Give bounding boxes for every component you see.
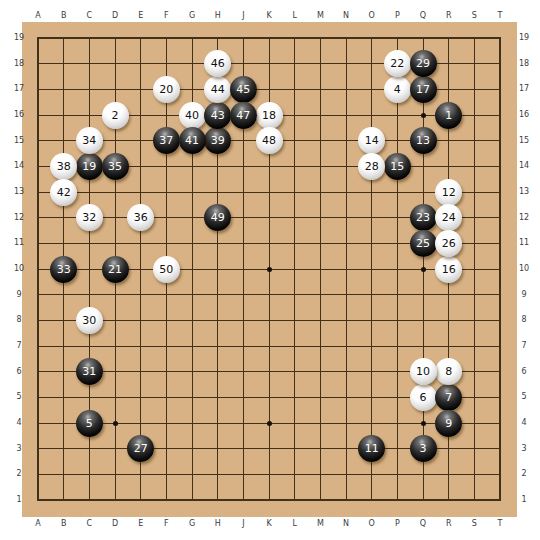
stone-black-C14[interactable]: 19 [76, 153, 103, 180]
coord-label-bottom-C: C [79, 519, 99, 529]
stone-white-R11[interactable]: 26 [435, 230, 462, 257]
stone-white-P18[interactable]: 22 [384, 50, 411, 77]
coord-label-left-2: 2 [7, 469, 31, 479]
stone-black-C4[interactable]: 5 [76, 410, 103, 437]
stone-move-number: 45 [236, 76, 250, 103]
stone-black-F15[interactable]: 37 [153, 127, 180, 154]
coord-label-left-12: 12 [7, 213, 31, 223]
stone-white-C15[interactable]: 34 [76, 127, 103, 154]
stone-black-P14[interactable]: 15 [384, 153, 411, 180]
coord-label-top-L: L [285, 11, 305, 21]
coord-label-top-J: J [233, 11, 253, 21]
coord-label-left-5: 5 [7, 392, 31, 402]
coord-label-top-F: F [156, 11, 176, 21]
star-point-D4 [113, 421, 118, 426]
coord-label-left-10: 10 [7, 264, 31, 274]
stone-move-number: 44 [211, 76, 225, 103]
coord-label-top-H: H [208, 11, 228, 21]
stone-move-number: 12 [442, 179, 456, 206]
coord-label-left-6: 6 [7, 367, 31, 377]
stone-black-E3[interactable]: 27 [127, 435, 154, 462]
stone-white-B14[interactable]: 38 [50, 153, 77, 180]
coord-label-right-7: 7 [512, 341, 536, 351]
coord-label-bottom-T: T [490, 519, 510, 529]
stone-black-Q12[interactable]: 23 [410, 204, 437, 231]
stone-move-number: 38 [57, 153, 71, 180]
coord-label-bottom-M: M [310, 519, 330, 529]
coord-label-bottom-P: P [387, 519, 407, 529]
grid-line-vertical [294, 38, 295, 500]
stone-white-F10[interactable]: 50 [153, 256, 180, 283]
stone-black-Q15[interactable]: 13 [410, 127, 437, 154]
stone-move-number: 17 [416, 76, 430, 103]
coord-label-right-6: 6 [512, 367, 536, 377]
coord-label-bottom-J: J [233, 519, 253, 529]
stone-black-C6[interactable]: 31 [76, 358, 103, 385]
coord-label-bottom-Q: Q [413, 519, 433, 529]
coord-label-right-1: 1 [512, 495, 536, 505]
stone-move-number: 16 [442, 256, 456, 283]
coord-label-left-13: 13 [7, 187, 31, 197]
stone-move-number: 26 [442, 230, 456, 257]
coord-label-right-14: 14 [512, 161, 536, 171]
coord-label-left-8: 8 [7, 315, 31, 325]
stone-black-R4[interactable]: 9 [435, 410, 462, 437]
stone-move-number: 18 [262, 102, 276, 129]
star-point-K4 [267, 421, 272, 426]
coord-label-right-13: 13 [512, 187, 536, 197]
stone-move-number: 2 [112, 102, 119, 129]
stone-move-number: 35 [108, 153, 122, 180]
stone-move-number: 7 [445, 384, 452, 411]
stone-white-F17[interactable]: 20 [153, 76, 180, 103]
stone-black-R16[interactable]: 1 [435, 102, 462, 129]
stone-move-number: 34 [82, 127, 96, 154]
stone-black-H16[interactable]: 43 [204, 102, 231, 129]
coord-label-bottom-O: O [362, 519, 382, 529]
stone-white-B13[interactable]: 42 [50, 179, 77, 206]
stone-move-number: 46 [211, 50, 225, 77]
coord-label-left-1: 1 [7, 495, 31, 505]
coord-label-top-Q: Q [413, 11, 433, 21]
go-board: 1234567891011121314151617181920212223242… [22, 22, 517, 517]
stone-move-number: 32 [82, 204, 96, 231]
grid-line-horizontal [38, 346, 500, 347]
grid-line-vertical [320, 38, 321, 500]
grid-line-horizontal [38, 294, 500, 295]
stone-move-number: 41 [185, 127, 199, 154]
stone-black-J17[interactable]: 45 [230, 76, 257, 103]
coord-label-left-7: 7 [7, 341, 31, 351]
stone-move-number: 36 [134, 204, 148, 231]
stone-white-H18[interactable]: 46 [204, 50, 231, 77]
coord-label-bottom-S: S [464, 519, 484, 529]
stone-white-K16[interactable]: 18 [256, 102, 283, 129]
coord-label-right-15: 15 [512, 136, 536, 146]
stone-move-number: 24 [442, 204, 456, 231]
coord-label-right-9: 9 [512, 290, 536, 300]
coord-label-right-5: 5 [512, 392, 536, 402]
stone-move-number: 48 [262, 127, 276, 154]
stone-black-O3[interactable]: 11 [358, 435, 385, 462]
coord-label-bottom-G: G [182, 519, 202, 529]
grid-line-horizontal [37, 499, 501, 501]
coord-label-right-8: 8 [512, 315, 536, 325]
coord-label-left-3: 3 [7, 444, 31, 454]
stone-white-D16[interactable]: 2 [102, 102, 129, 129]
coord-label-left-18: 18 [7, 59, 31, 69]
stone-move-number: 4 [394, 76, 401, 103]
stone-black-Q11[interactable]: 25 [410, 230, 437, 257]
stone-move-number: 3 [420, 435, 427, 462]
stone-move-number: 27 [134, 435, 148, 462]
coord-label-top-P: P [387, 11, 407, 21]
coord-label-right-17: 17 [512, 84, 536, 94]
stone-move-number: 11 [365, 435, 379, 462]
coord-label-top-T: T [490, 11, 510, 21]
stone-move-number: 50 [159, 256, 173, 283]
stone-white-P17[interactable]: 4 [384, 76, 411, 103]
stone-white-R10[interactable]: 16 [435, 256, 462, 283]
stone-move-number: 1 [445, 102, 452, 129]
coord-label-bottom-F: F [156, 519, 176, 529]
coord-label-top-K: K [259, 11, 279, 21]
stone-black-G15[interactable]: 41 [179, 127, 206, 154]
stone-white-H17[interactable]: 44 [204, 76, 231, 103]
stone-white-R12[interactable]: 24 [435, 204, 462, 231]
stone-white-G16[interactable]: 40 [179, 102, 206, 129]
stone-black-D14[interactable]: 35 [102, 153, 129, 180]
coord-label-top-G: G [182, 11, 202, 21]
grid-line-vertical [397, 38, 398, 500]
coord-label-bottom-D: D [105, 519, 125, 529]
coord-label-bottom-A: A [28, 519, 48, 529]
stone-move-number: 28 [365, 153, 379, 180]
grid-line-horizontal [38, 320, 500, 321]
stone-move-number: 49 [211, 204, 225, 231]
stone-move-number: 10 [416, 358, 430, 385]
star-point-Q10 [421, 267, 426, 272]
coord-label-top-B: B [54, 11, 74, 21]
stone-white-K15[interactable]: 48 [256, 127, 283, 154]
stone-move-number: 8 [445, 358, 452, 385]
stone-move-number: 33 [57, 256, 71, 283]
stone-move-number: 47 [236, 102, 250, 129]
stone-move-number: 31 [82, 358, 96, 385]
coord-label-right-2: 2 [512, 469, 536, 479]
grid-line-vertical [474, 38, 475, 500]
coord-label-top-C: C [79, 11, 99, 21]
stone-move-number: 43 [211, 102, 225, 129]
coord-label-top-D: D [105, 11, 125, 21]
stone-move-number: 37 [159, 127, 173, 154]
star-point-Q16 [421, 113, 426, 118]
stone-move-number: 6 [420, 384, 427, 411]
stone-black-J16[interactable]: 47 [230, 102, 257, 129]
star-point-Q4 [421, 421, 426, 426]
coord-label-bottom-R: R [439, 519, 459, 529]
coord-label-left-15: 15 [7, 136, 31, 146]
coord-label-top-A: A [28, 11, 48, 21]
coord-label-left-4: 4 [7, 418, 31, 428]
stone-move-number: 19 [82, 153, 96, 180]
coord-label-right-12: 12 [512, 213, 536, 223]
coord-label-left-16: 16 [7, 110, 31, 120]
stone-white-R13[interactable]: 12 [435, 179, 462, 206]
grid-line-vertical [346, 38, 347, 500]
stone-move-number: 40 [185, 102, 199, 129]
stone-move-number: 14 [365, 127, 379, 154]
coord-label-top-N: N [336, 11, 356, 21]
grid-line-vertical [499, 37, 501, 501]
stone-move-number: 25 [416, 230, 430, 257]
stone-white-O14[interactable]: 28 [358, 153, 385, 180]
stone-black-Q3[interactable]: 3 [410, 435, 437, 462]
coord-label-left-19: 19 [7, 33, 31, 43]
star-point-K10 [267, 267, 272, 272]
coord-label-bottom-K: K [259, 519, 279, 529]
coord-label-top-R: R [439, 11, 459, 21]
coord-label-top-O: O [362, 11, 382, 21]
coord-label-left-9: 9 [7, 290, 31, 300]
stone-move-number: 15 [390, 153, 404, 180]
stone-black-H12[interactable]: 49 [204, 204, 231, 231]
stone-black-Q17[interactable]: 17 [410, 76, 437, 103]
stone-move-number: 30 [82, 307, 96, 334]
coord-label-bottom-B: B [54, 519, 74, 529]
stone-white-E12[interactable]: 36 [127, 204, 154, 231]
coord-label-right-11: 11 [512, 238, 536, 248]
coord-label-left-11: 11 [7, 238, 31, 248]
coord-label-top-M: M [310, 11, 330, 21]
coord-label-bottom-N: N [336, 519, 356, 529]
stone-move-number: 23 [416, 204, 430, 231]
stone-white-Q5[interactable]: 6 [410, 384, 437, 411]
stone-move-number: 39 [211, 127, 225, 154]
stone-move-number: 9 [445, 410, 452, 437]
stone-white-C8[interactable]: 30 [76, 307, 103, 334]
coord-label-right-18: 18 [512, 59, 536, 69]
coord-label-left-14: 14 [7, 161, 31, 171]
stone-white-Q6[interactable]: 10 [410, 358, 437, 385]
board-grid[interactable]: 1234567891011121314151617181920212223242… [38, 38, 500, 500]
stone-move-number: 21 [108, 256, 122, 283]
stone-move-number: 29 [416, 50, 430, 77]
stone-black-R5[interactable]: 7 [435, 384, 462, 411]
coord-label-right-3: 3 [512, 444, 536, 454]
coord-label-top-E: E [131, 11, 151, 21]
stone-white-O15[interactable]: 14 [358, 127, 385, 154]
go-diagram: 1234567891011121314151617181920212223242… [0, 0, 540, 540]
stone-black-Q18[interactable]: 29 [410, 50, 437, 77]
stone-white-R6[interactable]: 8 [435, 358, 462, 385]
stone-move-number: 22 [390, 50, 404, 77]
coord-label-bottom-L: L [285, 519, 305, 529]
stone-move-number: 13 [416, 127, 430, 154]
coord-label-top-S: S [464, 11, 484, 21]
coord-label-right-19: 19 [512, 33, 536, 43]
coord-label-right-4: 4 [512, 418, 536, 428]
stone-move-number: 20 [159, 76, 173, 103]
coord-label-right-16: 16 [512, 110, 536, 120]
stone-move-number: 5 [86, 410, 93, 437]
stone-white-C12[interactable]: 32 [76, 204, 103, 231]
stone-move-number: 42 [57, 179, 71, 206]
coord-label-left-17: 17 [7, 84, 31, 94]
stone-black-B10[interactable]: 33 [50, 256, 77, 283]
coord-label-right-10: 10 [512, 264, 536, 274]
stone-black-D10[interactable]: 21 [102, 256, 129, 283]
stone-black-H15[interactable]: 39 [204, 127, 231, 154]
grid-line-vertical [371, 38, 372, 500]
grid-line-horizontal [38, 474, 500, 475]
coord-label-bottom-E: E [131, 519, 151, 529]
coord-label-bottom-H: H [208, 519, 228, 529]
